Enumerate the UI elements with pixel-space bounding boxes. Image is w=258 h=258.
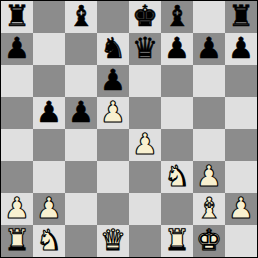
black-king[interactable]: ♚ <box>132 1 158 32</box>
white-pawn[interactable]: ♟ <box>100 97 126 128</box>
square-c2[interactable] <box>65 193 97 225</box>
square-e6[interactable] <box>129 65 161 97</box>
square-d5[interactable]: ♟ <box>97 97 129 129</box>
square-g5[interactable] <box>193 97 225 129</box>
black-bishop[interactable]: ♝ <box>164 1 190 32</box>
square-a8[interactable]: ♜ <box>1 1 33 33</box>
square-g4[interactable] <box>193 129 225 161</box>
white-knight[interactable]: ♞ <box>36 225 62 256</box>
square-h7[interactable]: ♟ <box>225 33 257 65</box>
square-g3[interactable]: ♟ <box>193 161 225 193</box>
black-pawn[interactable]: ♟ <box>4 33 30 64</box>
chess-board: ♜♝♚♝♜♟♞♛♟♟♟♟♟♟♟♟♞♟♟♟♝♟♜♞♛♜♚ <box>1 1 257 257</box>
square-c4[interactable] <box>65 129 97 161</box>
white-king[interactable]: ♚ <box>196 225 222 256</box>
black-knight[interactable]: ♞ <box>100 33 126 64</box>
square-a1[interactable]: ♜ <box>1 225 33 257</box>
square-d7[interactable]: ♞ <box>97 33 129 65</box>
square-e1[interactable] <box>129 225 161 257</box>
square-b5[interactable]: ♟ <box>33 97 65 129</box>
white-knight[interactable]: ♞ <box>164 161 190 192</box>
square-h8[interactable]: ♜ <box>225 1 257 33</box>
square-e8[interactable]: ♚ <box>129 1 161 33</box>
white-pawn[interactable]: ♟ <box>228 193 254 224</box>
square-a4[interactable] <box>1 129 33 161</box>
square-h4[interactable] <box>225 129 257 161</box>
black-bishop[interactable]: ♝ <box>68 1 94 32</box>
square-f7[interactable]: ♟ <box>161 33 193 65</box>
square-e4[interactable]: ♟ <box>129 129 161 161</box>
white-queen[interactable]: ♛ <box>100 225 126 256</box>
black-pawn[interactable]: ♟ <box>36 97 62 128</box>
square-g6[interactable] <box>193 65 225 97</box>
square-c3[interactable] <box>65 161 97 193</box>
square-b2[interactable]: ♟ <box>33 193 65 225</box>
square-d2[interactable] <box>97 193 129 225</box>
square-f4[interactable] <box>161 129 193 161</box>
white-bishop[interactable]: ♝ <box>196 193 222 224</box>
square-a3[interactable] <box>1 161 33 193</box>
black-pawn[interactable]: ♟ <box>164 33 190 64</box>
square-f8[interactable]: ♝ <box>161 1 193 33</box>
white-pawn[interactable]: ♟ <box>36 193 62 224</box>
square-e3[interactable] <box>129 161 161 193</box>
black-rook[interactable]: ♜ <box>4 1 30 32</box>
black-pawn[interactable]: ♟ <box>100 65 126 96</box>
square-f2[interactable] <box>161 193 193 225</box>
square-h3[interactable] <box>225 161 257 193</box>
square-g8[interactable] <box>193 1 225 33</box>
square-c7[interactable] <box>65 33 97 65</box>
black-pawn[interactable]: ♟ <box>196 33 222 64</box>
square-b6[interactable] <box>33 65 65 97</box>
chess-board-frame: ♜♝♚♝♜♟♞♛♟♟♟♟♟♟♟♟♞♟♟♟♝♟♜♞♛♜♚ <box>0 0 258 258</box>
white-pawn[interactable]: ♟ <box>4 193 30 224</box>
square-e7[interactable]: ♛ <box>129 33 161 65</box>
black-pawn[interactable]: ♟ <box>68 97 94 128</box>
square-a5[interactable] <box>1 97 33 129</box>
square-g2[interactable]: ♝ <box>193 193 225 225</box>
square-c5[interactable]: ♟ <box>65 97 97 129</box>
square-c8[interactable]: ♝ <box>65 1 97 33</box>
square-b3[interactable] <box>33 161 65 193</box>
square-h6[interactable] <box>225 65 257 97</box>
square-b7[interactable] <box>33 33 65 65</box>
square-a7[interactable]: ♟ <box>1 33 33 65</box>
square-b8[interactable] <box>33 1 65 33</box>
white-rook[interactable]: ♜ <box>164 225 190 256</box>
black-pawn[interactable]: ♟ <box>228 33 254 64</box>
square-h5[interactable] <box>225 97 257 129</box>
square-b4[interactable] <box>33 129 65 161</box>
square-a6[interactable] <box>1 65 33 97</box>
square-f1[interactable]: ♜ <box>161 225 193 257</box>
square-b1[interactable]: ♞ <box>33 225 65 257</box>
square-g1[interactable]: ♚ <box>193 225 225 257</box>
square-d6[interactable]: ♟ <box>97 65 129 97</box>
black-queen[interactable]: ♛ <box>132 33 158 64</box>
square-g7[interactable]: ♟ <box>193 33 225 65</box>
square-c6[interactable] <box>65 65 97 97</box>
square-e2[interactable] <box>129 193 161 225</box>
square-d3[interactable] <box>97 161 129 193</box>
white-pawn[interactable]: ♟ <box>132 129 158 160</box>
black-rook[interactable]: ♜ <box>228 1 254 32</box>
square-f3[interactable]: ♞ <box>161 161 193 193</box>
square-h1[interactable] <box>225 225 257 257</box>
white-rook[interactable]: ♜ <box>4 225 30 256</box>
square-f6[interactable] <box>161 65 193 97</box>
square-c1[interactable] <box>65 225 97 257</box>
square-d4[interactable] <box>97 129 129 161</box>
square-f5[interactable] <box>161 97 193 129</box>
square-a2[interactable]: ♟ <box>1 193 33 225</box>
square-d8[interactable] <box>97 1 129 33</box>
square-e5[interactable] <box>129 97 161 129</box>
square-h2[interactable]: ♟ <box>225 193 257 225</box>
square-d1[interactable]: ♛ <box>97 225 129 257</box>
white-pawn[interactable]: ♟ <box>196 161 222 192</box>
